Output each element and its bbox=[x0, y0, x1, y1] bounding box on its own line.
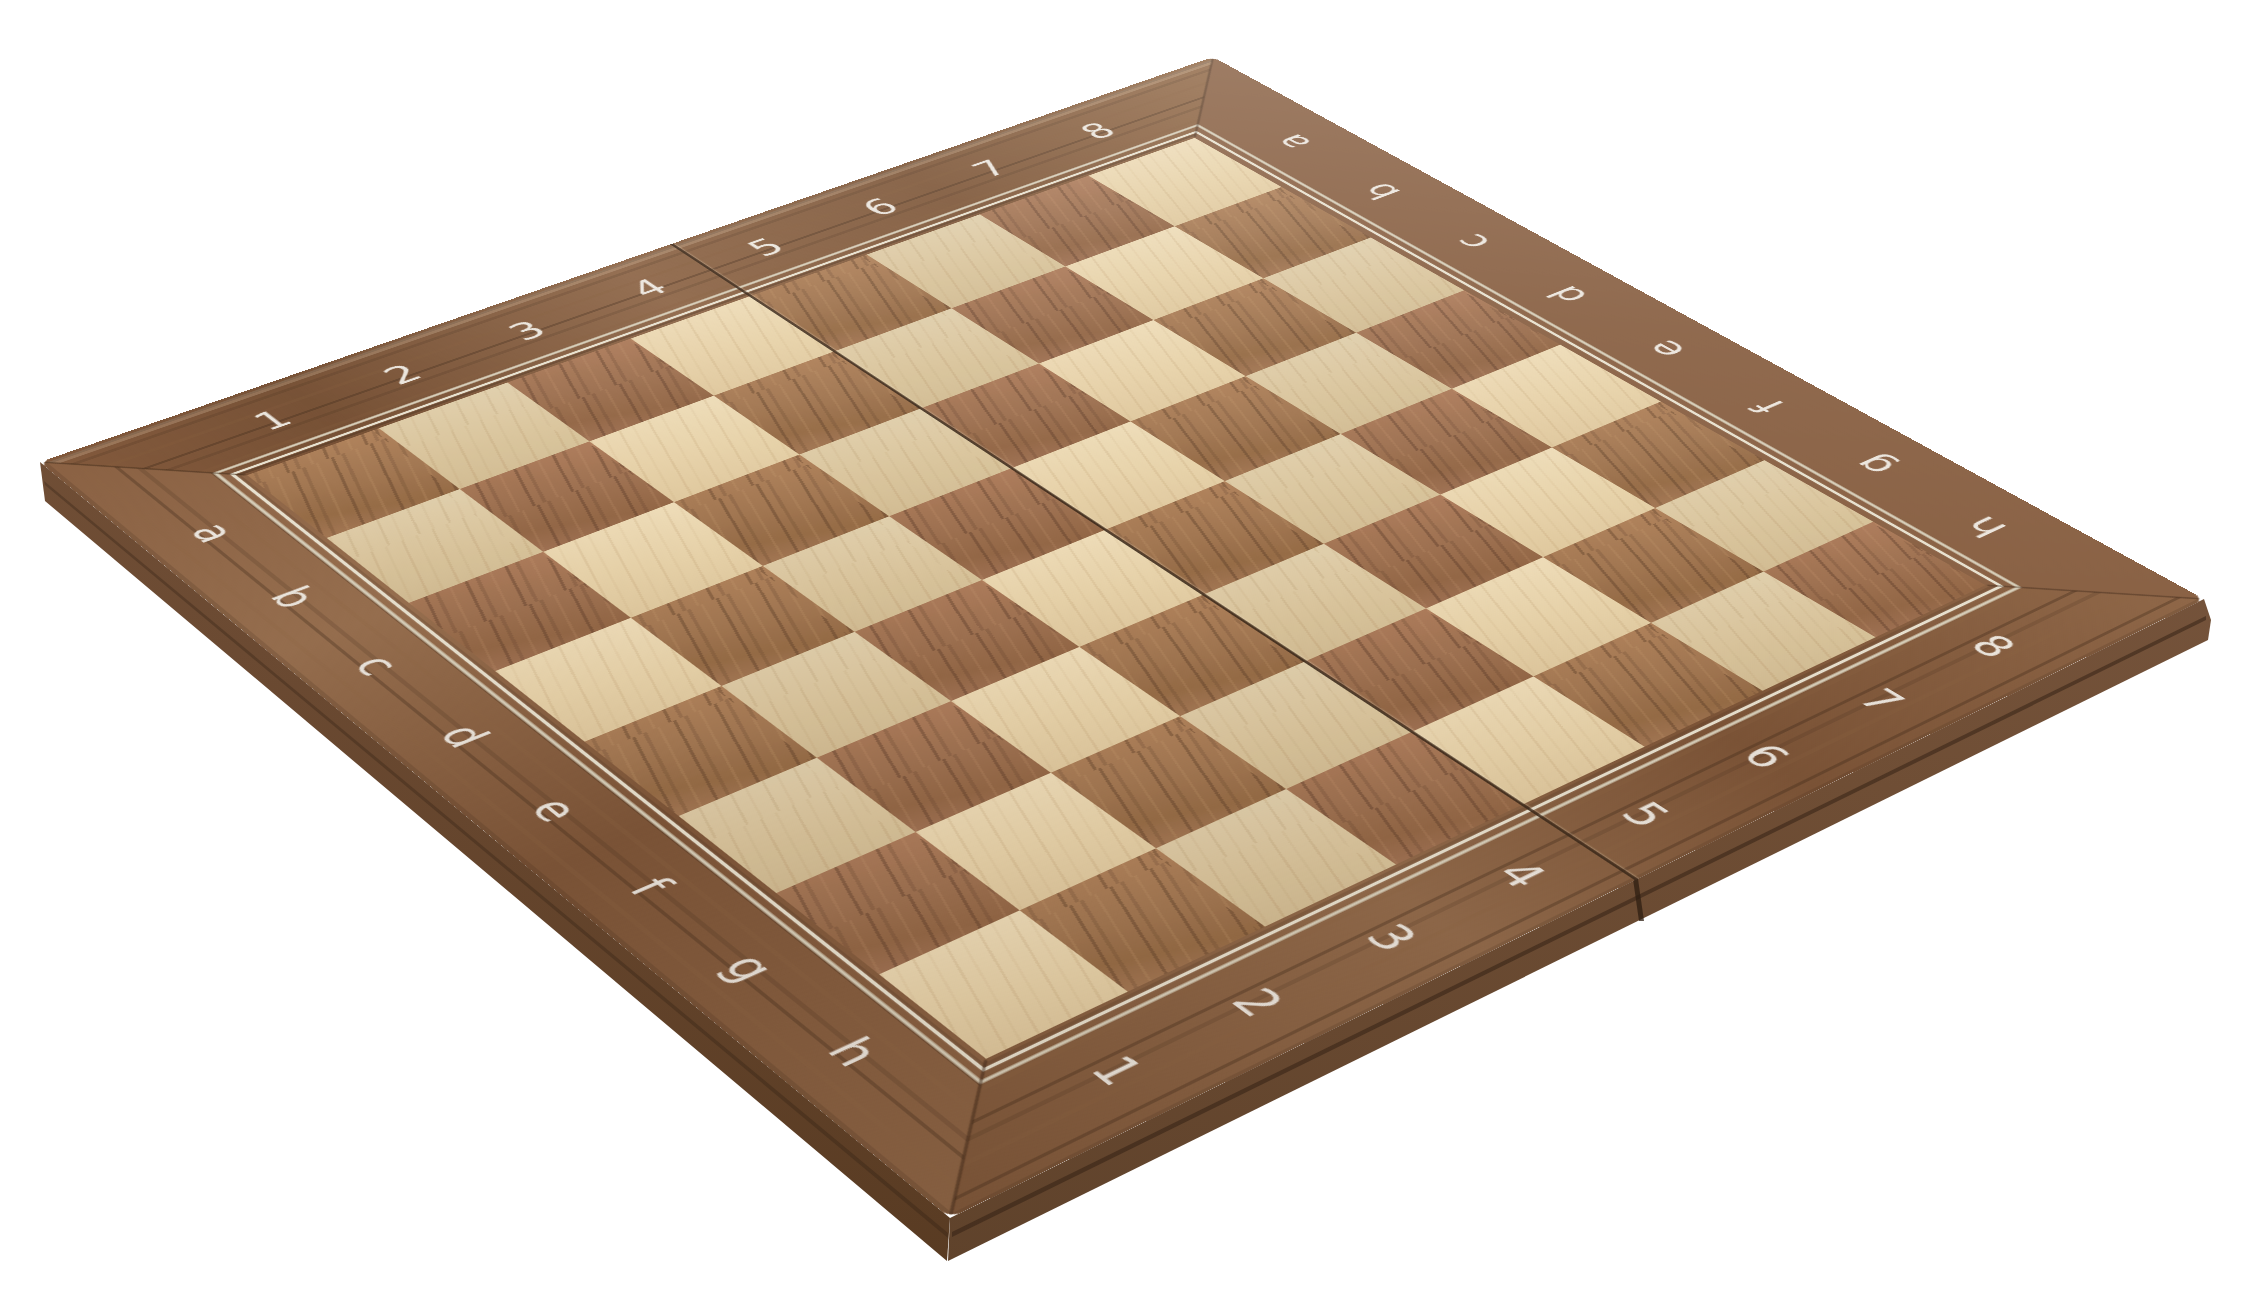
chess-board: 8765432187654321abcdefghabcdefgh bbox=[40, 57, 2204, 1218]
product-photo-scene: 8765432187654321abcdefghabcdefgh bbox=[0, 0, 2268, 1295]
board-field bbox=[247, 138, 1985, 1059]
